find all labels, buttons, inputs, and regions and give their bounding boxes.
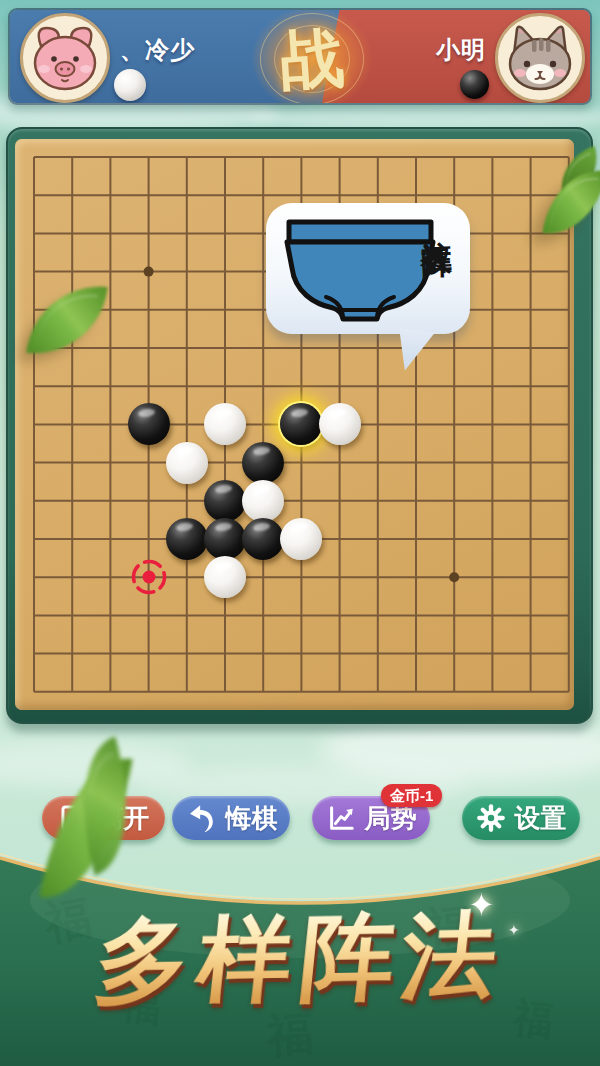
black-stone — [204, 518, 246, 560]
target-marker-icon — [126, 554, 172, 600]
white-stone — [166, 442, 208, 484]
cloud-decoration — [320, 718, 600, 782]
banner-pattern-char: 福 — [263, 1006, 315, 1063]
formation-speech-bubble: 裤衩阵 — [266, 203, 470, 334]
right-player-avatar[interactable] — [495, 13, 585, 103]
undo-button[interactable]: 悔棋 — [172, 796, 290, 840]
right-player-name: 小明 — [425, 34, 497, 66]
undo-arrow-icon — [185, 802, 217, 834]
left-player-avatar[interactable] — [20, 13, 110, 103]
settings-button[interactable]: 设置 — [462, 796, 580, 840]
left-player-name: 、冷少 — [120, 34, 195, 66]
cat-avatar-icon — [498, 16, 582, 100]
pig-avatar-icon — [23, 16, 107, 100]
white-stone — [204, 556, 246, 598]
undo-button-label: 悔棋 — [226, 801, 278, 836]
banner-title: 多样阵法 — [0, 898, 600, 1018]
game-screen: 福 福 福 福 福 多样阵法 ✦ ✦ — [0, 0, 600, 1066]
coin-cost-badge: 金币-1 — [381, 784, 442, 807]
black-stone-indicator — [460, 70, 489, 99]
sparkle-icon: ✦ — [468, 886, 495, 924]
black-stone — [166, 518, 208, 560]
settings-button-label: 设置 — [515, 801, 567, 836]
battle-character: 战 — [276, 21, 349, 98]
black-stone — [204, 480, 246, 522]
white-stone — [242, 480, 284, 522]
white-stone-indicator — [114, 69, 146, 101]
trend-chart-icon — [326, 803, 356, 833]
black-stone — [128, 403, 170, 445]
gear-icon — [476, 803, 506, 833]
sparkle-icon: ✦ — [508, 922, 520, 938]
black-stone — [242, 442, 284, 484]
match-header: 战 、冷少 小明 — [8, 8, 592, 105]
formation-name-label: 裤衩阵 — [414, 214, 460, 323]
black-stone — [242, 518, 284, 560]
white-stone — [319, 403, 361, 445]
